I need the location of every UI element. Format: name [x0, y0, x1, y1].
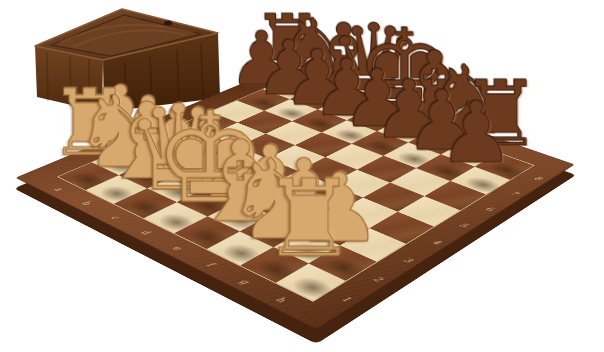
play-area: ♜♞♝♛♚♝♞♜♟♟♟♟♟♟♟♟♟♟♟♟♟♟♟♟♜♞♝♛♚♝♞♜	[57, 78, 534, 301]
chess-set-photo: abcdefgh 12345678 ♜♞♝♛♚♝♞♜♟♟♟♟♟♟♟♟♟♟♟♟♟♟…	[0, 0, 604, 352]
file-label-c: c	[109, 214, 122, 220]
file-label-b: b	[80, 200, 93, 206]
file-label-e: e	[170, 245, 184, 252]
rank-label-8: 8	[532, 175, 544, 181]
file-label-a: a	[52, 186, 65, 192]
rank-label-7: 7	[508, 190, 520, 196]
chess-board: abcdefgh 12345678 ♜♞♝♛♚♝♞♜♟♟♟♟♟♟♟♟♟♟♟♟♟♟…	[15, 65, 574, 329]
rank-label-4: 4	[430, 239, 443, 246]
board-frame: abcdefgh 12345678 ♜♞♝♛♚♝♞♜♟♟♟♟♟♟♟♟♟♟♟♟♟♟…	[15, 65, 574, 329]
rank-label-1: 1	[339, 295, 353, 303]
board-scene: abcdefgh 12345678 ♜♞♝♛♚♝♞♜♟♟♟♟♟♟♟♟♟♟♟♟♟♟…	[0, 0, 604, 352]
rank-label-6: 6	[484, 205, 496, 211]
rank-label-3: 3	[401, 256, 414, 263]
board-grid: ♜♞♝♛♚♝♞♜♟♟♟♟♟♟♟♟♟♟♟♟♟♟♟♟♜♞♝♛♚♝♞♜	[59, 79, 534, 301]
file-label-d: d	[139, 229, 153, 236]
rank-label-5: 5	[458, 222, 471, 229]
rank-label-2: 2	[371, 275, 385, 283]
square-h1[interactable]: ♜	[276, 264, 346, 301]
file-label-f: f	[204, 261, 216, 267]
square-h7[interactable]: ♟	[450, 167, 510, 195]
file-label-g: g	[237, 278, 251, 286]
black-pawn-h7[interactable]: ♟	[438, 90, 514, 175]
file-label-h: h	[274, 295, 289, 303]
white-rook-h1[interactable]: ♜	[261, 166, 357, 273]
